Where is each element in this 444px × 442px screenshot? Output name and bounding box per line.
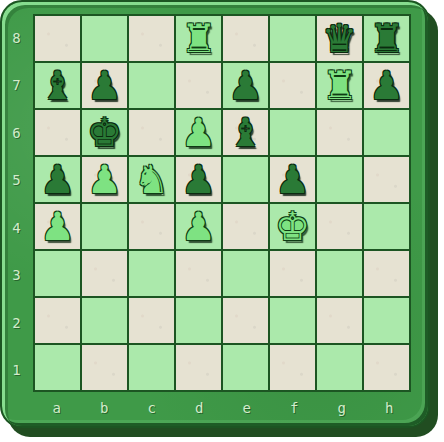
square-h1[interactable]: [364, 345, 409, 390]
square-e7[interactable]: ♟: [223, 63, 268, 108]
square-c6[interactable]: [129, 110, 174, 155]
square-e2[interactable]: [223, 298, 268, 343]
square-g6[interactable]: [317, 110, 362, 155]
file-label-h: h: [366, 396, 414, 420]
rank-label-1: 1: [0, 347, 33, 395]
piece-black-pawn[interactable]: ♟: [275, 157, 310, 202]
square-c5[interactable]: ♞: [129, 157, 174, 202]
piece-black-bishop[interactable]: ♝: [228, 110, 263, 155]
rank-label-6: 6: [0, 109, 33, 157]
square-d2[interactable]: [176, 298, 221, 343]
square-h4[interactable]: [364, 204, 409, 249]
square-g1[interactable]: [317, 345, 362, 390]
rank-labels: 87654321: [0, 14, 33, 394]
rank-label-2: 2: [0, 299, 33, 347]
square-f1[interactable]: [270, 345, 315, 390]
square-b5[interactable]: ♟: [82, 157, 127, 202]
square-b1[interactable]: [82, 345, 127, 390]
square-a6[interactable]: [35, 110, 80, 155]
square-e3[interactable]: [223, 251, 268, 296]
square-b2[interactable]: [82, 298, 127, 343]
square-f4[interactable]: ♚: [270, 204, 315, 249]
square-e8[interactable]: [223, 16, 268, 61]
square-e1[interactable]: [223, 345, 268, 390]
square-f7[interactable]: [270, 63, 315, 108]
rank-label-3: 3: [0, 252, 33, 300]
rank-label-5: 5: [0, 157, 33, 205]
square-f2[interactable]: [270, 298, 315, 343]
square-c3[interactable]: [129, 251, 174, 296]
piece-white-rook[interactable]: ♜: [322, 63, 357, 108]
piece-black-king[interactable]: ♚: [87, 110, 122, 155]
square-h7[interactable]: ♟: [364, 63, 409, 108]
piece-black-pawn[interactable]: ♟: [181, 157, 216, 202]
square-e5[interactable]: [223, 157, 268, 202]
piece-black-bishop[interactable]: ♝: [40, 63, 75, 108]
piece-white-knight[interactable]: ♞: [134, 157, 169, 202]
square-g5[interactable]: [317, 157, 362, 202]
piece-black-pawn[interactable]: ♟: [40, 157, 75, 202]
file-label-b: b: [81, 396, 129, 420]
piece-white-pawn[interactable]: ♟: [181, 204, 216, 249]
square-c2[interactable]: [129, 298, 174, 343]
square-b7[interactable]: ♟: [82, 63, 127, 108]
file-label-g: g: [318, 396, 366, 420]
square-a8[interactable]: [35, 16, 80, 61]
square-c4[interactable]: [129, 204, 174, 249]
file-label-c: c: [128, 396, 176, 420]
square-g2[interactable]: [317, 298, 362, 343]
square-d4[interactable]: ♟: [176, 204, 221, 249]
square-d3[interactable]: [176, 251, 221, 296]
square-h2[interactable]: [364, 298, 409, 343]
square-c7[interactable]: [129, 63, 174, 108]
piece-black-pawn[interactable]: ♟: [228, 63, 263, 108]
square-b4[interactable]: [82, 204, 127, 249]
square-h5[interactable]: [364, 157, 409, 202]
piece-white-rook[interactable]: ♜: [181, 16, 216, 61]
square-f3[interactable]: [270, 251, 315, 296]
file-label-e: e: [223, 396, 271, 420]
square-f8[interactable]: [270, 16, 315, 61]
square-d5[interactable]: ♟: [176, 157, 221, 202]
square-d6[interactable]: ♟: [176, 110, 221, 155]
file-label-d: d: [176, 396, 224, 420]
piece-white-pawn[interactable]: ♟: [87, 157, 122, 202]
piece-black-queen[interactable]: ♛: [322, 16, 357, 61]
square-d7[interactable]: [176, 63, 221, 108]
square-b6[interactable]: ♚: [82, 110, 127, 155]
piece-black-pawn[interactable]: ♟: [369, 63, 404, 108]
square-b8[interactable]: [82, 16, 127, 61]
piece-white-pawn[interactable]: ♟: [181, 110, 216, 155]
rank-label-4: 4: [0, 204, 33, 252]
square-a3[interactable]: [35, 251, 80, 296]
square-e4[interactable]: [223, 204, 268, 249]
square-f5[interactable]: ♟: [270, 157, 315, 202]
square-a4[interactable]: ♟: [35, 204, 80, 249]
piece-black-pawn[interactable]: ♟: [87, 63, 122, 108]
square-b3[interactable]: [82, 251, 127, 296]
square-g4[interactable]: [317, 204, 362, 249]
square-g8[interactable]: ♛: [317, 16, 362, 61]
square-g3[interactable]: [317, 251, 362, 296]
square-a7[interactable]: ♝: [35, 63, 80, 108]
square-h6[interactable]: [364, 110, 409, 155]
square-a5[interactable]: ♟: [35, 157, 80, 202]
file-label-f: f: [271, 396, 319, 420]
square-a2[interactable]: [35, 298, 80, 343]
chess-board[interactable]: ♜♛♜♝♟♟♜♟♚♟♝♟♟♞♟♟♟♟♚: [33, 14, 411, 392]
piece-white-king[interactable]: ♚: [275, 204, 310, 249]
square-c1[interactable]: [129, 345, 174, 390]
chessboard-window: 87654321 ♜♛♜♝♟♟♜♟♚♟♝♟♟♞♟♟♟♟♚ abcdefgh: [0, 0, 444, 442]
square-e6[interactable]: ♝: [223, 110, 268, 155]
square-a1[interactable]: [35, 345, 80, 390]
rank-label-8: 8: [0, 14, 33, 62]
square-h3[interactable]: [364, 251, 409, 296]
square-g7[interactable]: ♜: [317, 63, 362, 108]
square-d1[interactable]: [176, 345, 221, 390]
file-label-a: a: [33, 396, 81, 420]
piece-white-pawn[interactable]: ♟: [40, 204, 75, 249]
square-c8[interactable]: [129, 16, 174, 61]
square-f6[interactable]: [270, 110, 315, 155]
file-labels: abcdefgh: [33, 396, 413, 420]
square-h8[interactable]: ♜: [364, 16, 409, 61]
piece-black-rook[interactable]: ♜: [369, 16, 404, 61]
rank-label-7: 7: [0, 62, 33, 110]
square-d8[interactable]: ♜: [176, 16, 221, 61]
